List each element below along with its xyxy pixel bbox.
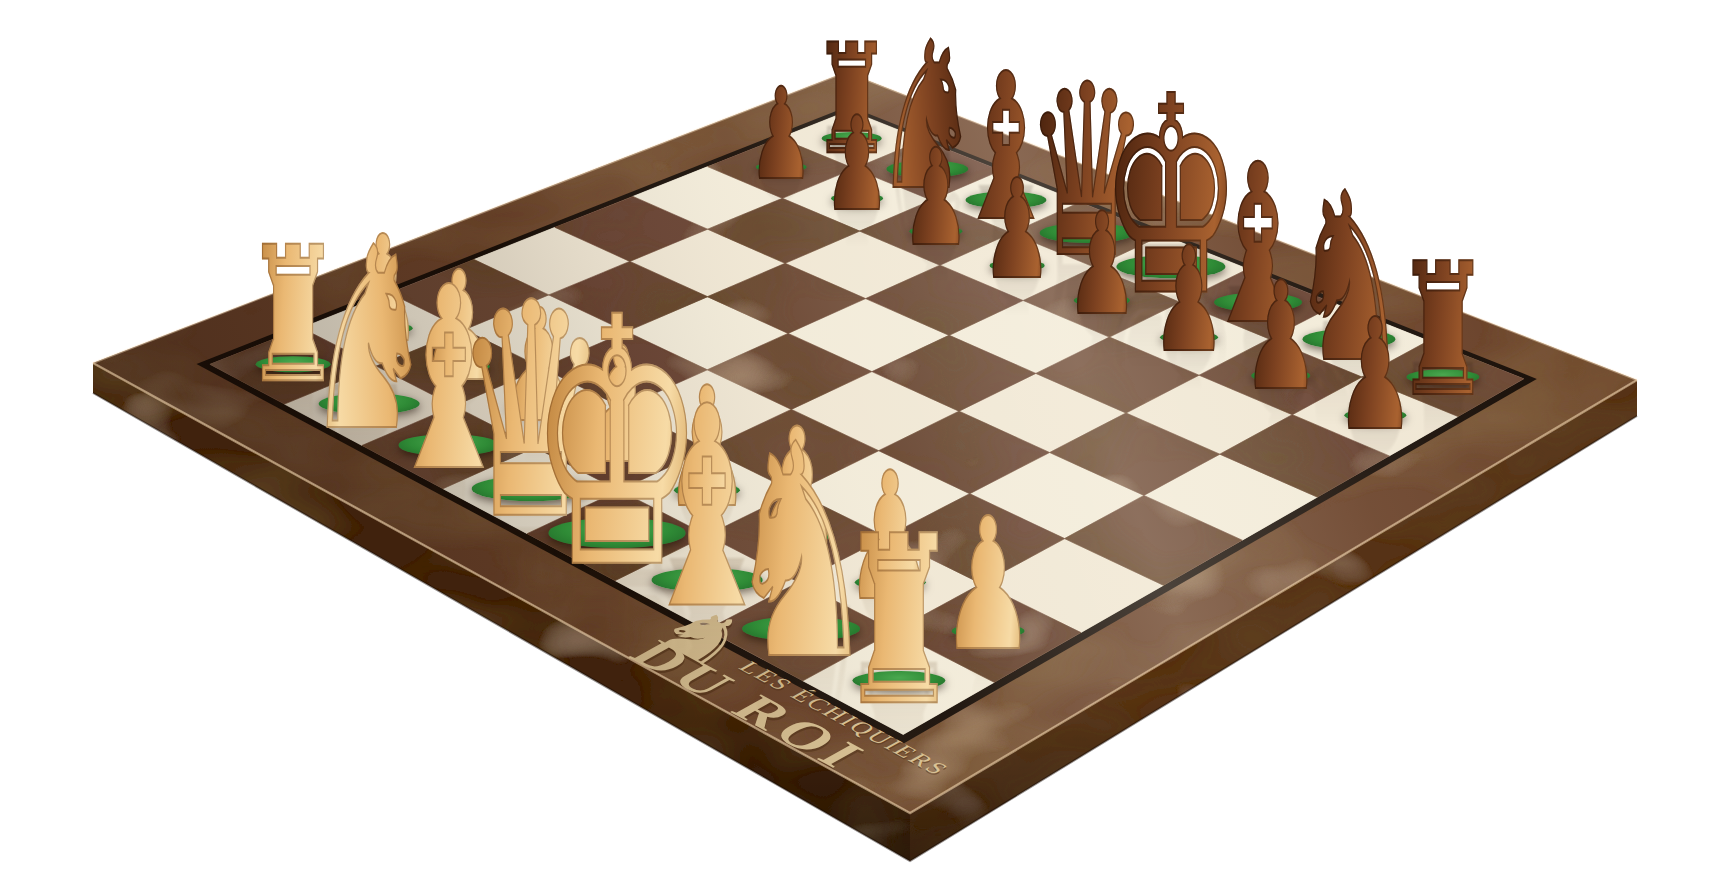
chess-board: ♞ ♞ LES ÉCHIQUIERS LES ÉCHIQUIERS DU ROI… xyxy=(0,0,1709,885)
chess-product-photo: ♞ ♞ LES ÉCHIQUIERS LES ÉCHIQUIERS DU ROI… xyxy=(0,0,1709,885)
